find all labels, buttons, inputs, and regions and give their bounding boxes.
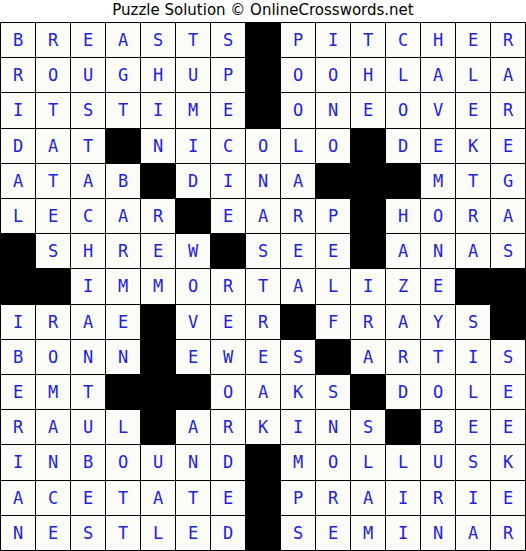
letter-cell-r10c8: E bbox=[246, 340, 280, 374]
letter-cell-r15c7: D bbox=[211, 516, 245, 550]
letter-cell-r12c4: L bbox=[106, 410, 140, 444]
letter-cell-r8c8: T bbox=[246, 269, 280, 303]
block-cell-r8c2 bbox=[36, 269, 70, 303]
letter-cell-r4c12: D bbox=[386, 129, 420, 163]
letter-cell-r12c9: I bbox=[281, 410, 315, 444]
letter-cell-r9c12: A bbox=[386, 305, 420, 339]
letter-cell-r2c12: L bbox=[386, 58, 420, 92]
letter-cell-r1c1: B bbox=[1, 23, 35, 57]
block-cell-r8c14 bbox=[456, 269, 490, 303]
block-cell-r9c5 bbox=[141, 305, 175, 339]
letter-cell-r3c1: I bbox=[1, 93, 35, 127]
letter-cell-r14c7: E bbox=[211, 481, 245, 515]
letter-cell-r10c13: T bbox=[421, 340, 455, 374]
letter-cell-r5c13: M bbox=[421, 164, 455, 198]
letter-cell-r6c9: R bbox=[281, 199, 315, 233]
letter-cell-r2c1: R bbox=[1, 58, 35, 92]
letter-cell-r15c14: A bbox=[456, 516, 490, 550]
letter-cell-r15c5: L bbox=[141, 516, 175, 550]
block-cell-r11c6 bbox=[176, 375, 210, 409]
letter-cell-r11c15: E bbox=[491, 375, 525, 409]
letter-cell-r10c12: R bbox=[386, 340, 420, 374]
letter-cell-r4c3: T bbox=[71, 129, 105, 163]
letter-cell-r2c10: O bbox=[316, 58, 350, 92]
letter-cell-r14c9: P bbox=[281, 481, 315, 515]
letter-cell-r15c12: I bbox=[386, 516, 420, 550]
letter-cell-r7c12: A bbox=[386, 234, 420, 268]
block-cell-r2c8 bbox=[246, 58, 280, 92]
letter-cell-r5c14: T bbox=[456, 164, 490, 198]
letter-cell-r15c15: R bbox=[491, 516, 525, 550]
crossword-grid: BREASTSPITCHERROUGHUPOOHLALAITSTIMEONEOV… bbox=[0, 22, 526, 551]
letter-cell-r3c9: O bbox=[281, 93, 315, 127]
letter-cell-r5c7: I bbox=[211, 164, 245, 198]
letter-cell-r6c4: A bbox=[106, 199, 140, 233]
letter-cell-r12c15: E bbox=[491, 410, 525, 444]
letter-cell-r7c14: A bbox=[456, 234, 490, 268]
letter-cell-r10c7: W bbox=[211, 340, 245, 374]
letter-cell-r7c5: E bbox=[141, 234, 175, 268]
block-cell-r7c1 bbox=[1, 234, 35, 268]
letter-cell-r2c13: A bbox=[421, 58, 455, 92]
letter-cell-r1c14: E bbox=[456, 23, 490, 57]
block-cell-r9c9 bbox=[281, 305, 315, 339]
letter-cell-r15c11: M bbox=[351, 516, 385, 550]
letter-cell-r4c1: D bbox=[1, 129, 35, 163]
letter-cell-r2c9: O bbox=[281, 58, 315, 92]
letter-cell-r9c1: I bbox=[1, 305, 35, 339]
letter-cell-r1c6: T bbox=[176, 23, 210, 57]
letter-cell-r6c10: P bbox=[316, 199, 350, 233]
letter-cell-r1c13: H bbox=[421, 23, 455, 57]
letter-cell-r8c6: O bbox=[176, 269, 210, 303]
block-cell-r6c6 bbox=[176, 199, 210, 233]
letter-cell-r9c6: V bbox=[176, 305, 210, 339]
letter-cell-r4c6: I bbox=[176, 129, 210, 163]
block-cell-r1c8 bbox=[246, 23, 280, 57]
letter-cell-r10c15: S bbox=[491, 340, 525, 374]
letter-cell-r11c14: L bbox=[456, 375, 490, 409]
letter-cell-r13c7: D bbox=[211, 445, 245, 479]
letter-cell-r7c15: S bbox=[491, 234, 525, 268]
letter-cell-r9c4: E bbox=[106, 305, 140, 339]
letter-cell-r6c13: O bbox=[421, 199, 455, 233]
letter-cell-r3c2: T bbox=[36, 93, 70, 127]
letter-cell-r8c13: E bbox=[421, 269, 455, 303]
letter-cell-r7c9: E bbox=[281, 234, 315, 268]
puzzle-solution-page: Puzzle Solution © OnlineCrosswords.net B… bbox=[0, 0, 526, 551]
letter-cell-r7c10: E bbox=[316, 234, 350, 268]
letter-cell-r3c12: O bbox=[386, 93, 420, 127]
letter-cell-r11c10: S bbox=[316, 375, 350, 409]
letter-cell-r6c3: C bbox=[71, 199, 105, 233]
letter-cell-r4c5: N bbox=[141, 129, 175, 163]
letter-cell-r13c15: K bbox=[491, 445, 525, 479]
letter-cell-r13c10: O bbox=[316, 445, 350, 479]
block-cell-r4c11 bbox=[351, 129, 385, 163]
letter-cell-r1c3: E bbox=[71, 23, 105, 57]
letter-cell-r11c1: E bbox=[1, 375, 35, 409]
letter-cell-r9c8: R bbox=[246, 305, 280, 339]
letter-cell-r5c1: A bbox=[1, 164, 35, 198]
letter-cell-r13c9: M bbox=[281, 445, 315, 479]
letter-cell-r14c6: T bbox=[176, 481, 210, 515]
letter-cell-r12c1: R bbox=[1, 410, 35, 444]
block-cell-r3c8 bbox=[246, 93, 280, 127]
letter-cell-r14c2: C bbox=[36, 481, 70, 515]
block-cell-r7c7 bbox=[211, 234, 245, 268]
letter-cell-r13c5: U bbox=[141, 445, 175, 479]
letter-cell-r15c1: N bbox=[1, 516, 35, 550]
letter-cell-r5c8: N bbox=[246, 164, 280, 198]
letter-cell-r3c3: S bbox=[71, 93, 105, 127]
letter-cell-r12c7: R bbox=[211, 410, 245, 444]
letter-cell-r14c11: A bbox=[351, 481, 385, 515]
letter-cell-r13c14: S bbox=[456, 445, 490, 479]
block-cell-r5c11 bbox=[351, 164, 385, 198]
letter-cell-r4c10: O bbox=[316, 129, 350, 163]
letter-cell-r2c11: H bbox=[351, 58, 385, 92]
letter-cell-r11c9: K bbox=[281, 375, 315, 409]
letter-cell-r10c11: A bbox=[351, 340, 385, 374]
letter-cell-r2c6: U bbox=[176, 58, 210, 92]
letter-cell-r14c3: E bbox=[71, 481, 105, 515]
letter-cell-r4c15: E bbox=[491, 129, 525, 163]
letter-cell-r1c4: A bbox=[106, 23, 140, 57]
letter-cell-r6c12: H bbox=[386, 199, 420, 233]
letter-cell-r10c6: E bbox=[176, 340, 210, 374]
letter-cell-r10c2: O bbox=[36, 340, 70, 374]
letter-cell-r11c8: A bbox=[246, 375, 280, 409]
letter-cell-r8c7: R bbox=[211, 269, 245, 303]
letter-cell-r8c4: M bbox=[106, 269, 140, 303]
letter-cell-r8c9: A bbox=[281, 269, 315, 303]
letter-cell-r6c1: L bbox=[1, 199, 35, 233]
letter-cell-r1c5: S bbox=[141, 23, 175, 57]
letter-cell-r13c12: L bbox=[386, 445, 420, 479]
letter-cell-r14c10: R bbox=[316, 481, 350, 515]
letter-cell-r10c14: I bbox=[456, 340, 490, 374]
block-cell-r5c10 bbox=[316, 164, 350, 198]
letter-cell-r11c3: T bbox=[71, 375, 105, 409]
letter-cell-r2c4: G bbox=[106, 58, 140, 92]
letter-cell-r14c15: E bbox=[491, 481, 525, 515]
letter-cell-r2c14: L bbox=[456, 58, 490, 92]
letter-cell-r4c8: O bbox=[246, 129, 280, 163]
letter-cell-r14c1: A bbox=[1, 481, 35, 515]
letter-cell-r1c10: I bbox=[316, 23, 350, 57]
block-cell-r12c12 bbox=[386, 410, 420, 444]
block-cell-r4c4 bbox=[106, 129, 140, 163]
letter-cell-r13c11: L bbox=[351, 445, 385, 479]
letter-cell-r3c10: N bbox=[316, 93, 350, 127]
letter-cell-r2c3: U bbox=[71, 58, 105, 92]
block-cell-r9c15 bbox=[491, 305, 525, 339]
letter-cell-r14c5: A bbox=[141, 481, 175, 515]
letter-cell-r15c10: E bbox=[316, 516, 350, 550]
page-title: Puzzle Solution © OnlineCrosswords.net bbox=[0, 0, 526, 22]
letter-cell-r13c4: O bbox=[106, 445, 140, 479]
block-cell-r8c1 bbox=[1, 269, 35, 303]
letter-cell-r3c4: T bbox=[106, 93, 140, 127]
block-cell-r11c11 bbox=[351, 375, 385, 409]
block-cell-r7c11 bbox=[351, 234, 385, 268]
letter-cell-r15c4: T bbox=[106, 516, 140, 550]
letter-cell-r4c7: C bbox=[211, 129, 245, 163]
letter-cell-r15c13: N bbox=[421, 516, 455, 550]
letter-cell-r12c8: K bbox=[246, 410, 280, 444]
letter-cell-r14c12: I bbox=[386, 481, 420, 515]
letter-cell-r8c12: Z bbox=[386, 269, 420, 303]
letter-cell-r6c7: E bbox=[211, 199, 245, 233]
letter-cell-r1c11: T bbox=[351, 23, 385, 57]
letter-cell-r4c14: K bbox=[456, 129, 490, 163]
letter-cell-r6c15: A bbox=[491, 199, 525, 233]
block-cell-r11c4 bbox=[106, 375, 140, 409]
letter-cell-r9c3: A bbox=[71, 305, 105, 339]
block-cell-r15c8 bbox=[246, 516, 280, 550]
letter-cell-r9c7: E bbox=[211, 305, 245, 339]
letter-cell-r1c9: P bbox=[281, 23, 315, 57]
letter-cell-r6c14: R bbox=[456, 199, 490, 233]
letter-cell-r1c7: S bbox=[211, 23, 245, 57]
letter-cell-r6c2: E bbox=[36, 199, 70, 233]
letter-cell-r11c7: O bbox=[211, 375, 245, 409]
letter-cell-r12c2: A bbox=[36, 410, 70, 444]
letter-cell-r12c14: E bbox=[456, 410, 490, 444]
letter-cell-r10c3: N bbox=[71, 340, 105, 374]
letter-cell-r4c13: E bbox=[421, 129, 455, 163]
letter-cell-r1c2: R bbox=[36, 23, 70, 57]
letter-cell-r4c2: A bbox=[36, 129, 70, 163]
letter-cell-r13c13: U bbox=[421, 445, 455, 479]
letter-cell-r11c2: M bbox=[36, 375, 70, 409]
block-cell-r8c15 bbox=[491, 269, 525, 303]
letter-cell-r14c14: I bbox=[456, 481, 490, 515]
letter-cell-r9c2: R bbox=[36, 305, 70, 339]
letter-cell-r11c13: O bbox=[421, 375, 455, 409]
letter-cell-r13c1: I bbox=[1, 445, 35, 479]
letter-cell-r2c5: H bbox=[141, 58, 175, 92]
letter-cell-r8c3: I bbox=[71, 269, 105, 303]
letter-cell-r13c3: B bbox=[71, 445, 105, 479]
letter-cell-r5c4: B bbox=[106, 164, 140, 198]
letter-cell-r15c2: E bbox=[36, 516, 70, 550]
letter-cell-r7c4: R bbox=[106, 234, 140, 268]
letter-cell-r7c6: W bbox=[176, 234, 210, 268]
block-cell-r5c5 bbox=[141, 164, 175, 198]
block-cell-r12c5 bbox=[141, 410, 175, 444]
letter-cell-r3c14: E bbox=[456, 93, 490, 127]
letter-cell-r10c9: S bbox=[281, 340, 315, 374]
letter-cell-r13c2: N bbox=[36, 445, 70, 479]
block-cell-r14c8 bbox=[246, 481, 280, 515]
letter-cell-r3c7: E bbox=[211, 93, 245, 127]
letter-cell-r12c6: A bbox=[176, 410, 210, 444]
block-cell-r10c10 bbox=[316, 340, 350, 374]
letter-cell-r2c2: O bbox=[36, 58, 70, 92]
letter-cell-r1c15: R bbox=[491, 23, 525, 57]
letter-cell-r15c6: E bbox=[176, 516, 210, 550]
letter-cell-r2c15: A bbox=[491, 58, 525, 92]
letter-cell-r5c9: A bbox=[281, 164, 315, 198]
block-cell-r5c12 bbox=[386, 164, 420, 198]
block-cell-r11c5 bbox=[141, 375, 175, 409]
letter-cell-r3c5: I bbox=[141, 93, 175, 127]
block-cell-r6c11 bbox=[351, 199, 385, 233]
letter-cell-r1c12: C bbox=[386, 23, 420, 57]
letter-cell-r9c13: Y bbox=[421, 305, 455, 339]
letter-cell-r2c7: P bbox=[211, 58, 245, 92]
letter-cell-r4c9: L bbox=[281, 129, 315, 163]
letter-cell-r3c15: R bbox=[491, 93, 525, 127]
letter-cell-r14c4: T bbox=[106, 481, 140, 515]
letter-cell-r7c8: S bbox=[246, 234, 280, 268]
letter-cell-r5c2: T bbox=[36, 164, 70, 198]
letter-cell-r9c14: S bbox=[456, 305, 490, 339]
letter-cell-r15c3: S bbox=[71, 516, 105, 550]
letter-cell-r8c11: I bbox=[351, 269, 385, 303]
letter-cell-r3c13: V bbox=[421, 93, 455, 127]
letter-cell-r11c12: D bbox=[386, 375, 420, 409]
letter-cell-r12c10: N bbox=[316, 410, 350, 444]
letter-cell-r5c15: G bbox=[491, 164, 525, 198]
letter-cell-r7c3: H bbox=[71, 234, 105, 268]
letter-cell-r15c9: S bbox=[281, 516, 315, 550]
letter-cell-r7c13: N bbox=[421, 234, 455, 268]
letter-cell-r5c3: A bbox=[71, 164, 105, 198]
letter-cell-r8c10: L bbox=[316, 269, 350, 303]
letter-cell-r7c2: S bbox=[36, 234, 70, 268]
letter-cell-r6c5: R bbox=[141, 199, 175, 233]
letter-cell-r13c6: N bbox=[176, 445, 210, 479]
block-cell-r13c8 bbox=[246, 445, 280, 479]
letter-cell-r9c10: F bbox=[316, 305, 350, 339]
letter-cell-r12c3: U bbox=[71, 410, 105, 444]
letter-cell-r3c6: M bbox=[176, 93, 210, 127]
block-cell-r10c5 bbox=[141, 340, 175, 374]
letter-cell-r10c4: N bbox=[106, 340, 140, 374]
letter-cell-r10c1: B bbox=[1, 340, 35, 374]
letter-cell-r5c6: D bbox=[176, 164, 210, 198]
letter-cell-r12c11: S bbox=[351, 410, 385, 444]
letter-cell-r12c13: B bbox=[421, 410, 455, 444]
letter-cell-r8c5: M bbox=[141, 269, 175, 303]
letter-cell-r3c11: E bbox=[351, 93, 385, 127]
letter-cell-r9c11: R bbox=[351, 305, 385, 339]
letter-cell-r14c13: R bbox=[421, 481, 455, 515]
letter-cell-r6c8: A bbox=[246, 199, 280, 233]
